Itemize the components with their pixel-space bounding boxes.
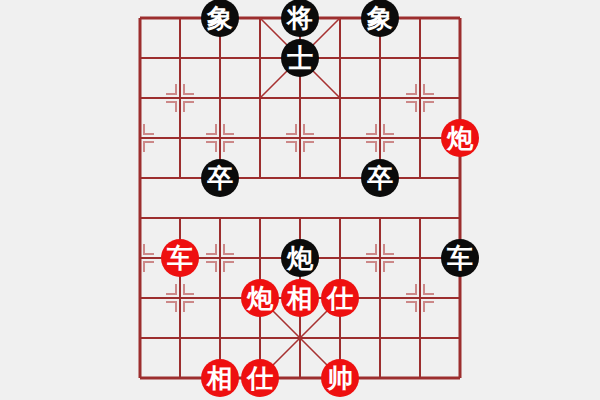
piece-black-cannon[interactable]: 炮	[281, 239, 319, 277]
piece-black-pawn[interactable]: 卒	[201, 159, 239, 197]
piece-black-chariot[interactable]: 车	[441, 239, 479, 277]
piece-red-cannon[interactable]: 炮	[241, 279, 279, 317]
pieces-layer: 象将象士炮卒卒车炮车炮相仕相仕帅	[120, 0, 480, 398]
piece-black-pawn[interactable]: 卒	[361, 159, 399, 197]
piece-red-advisor[interactable]: 仕	[241, 359, 279, 397]
piece-red-cannon[interactable]: 炮	[441, 119, 479, 157]
piece-red-elephant[interactable]: 相	[281, 279, 319, 317]
piece-black-general[interactable]: 将	[281, 0, 319, 37]
piece-black-elephant[interactable]: 象	[361, 0, 399, 37]
piece-red-elephant[interactable]: 相	[201, 359, 239, 397]
xiangqi-board-diagram: 象将象士炮卒卒车炮车炮相仕相仕帅	[0, 0, 600, 400]
piece-red-advisor[interactable]: 仕	[321, 279, 359, 317]
piece-red-chariot[interactable]: 车	[161, 239, 199, 277]
piece-red-king[interactable]: 帅	[321, 359, 359, 397]
piece-black-elephant[interactable]: 象	[201, 0, 239, 37]
piece-black-advisor[interactable]: 士	[281, 39, 319, 77]
